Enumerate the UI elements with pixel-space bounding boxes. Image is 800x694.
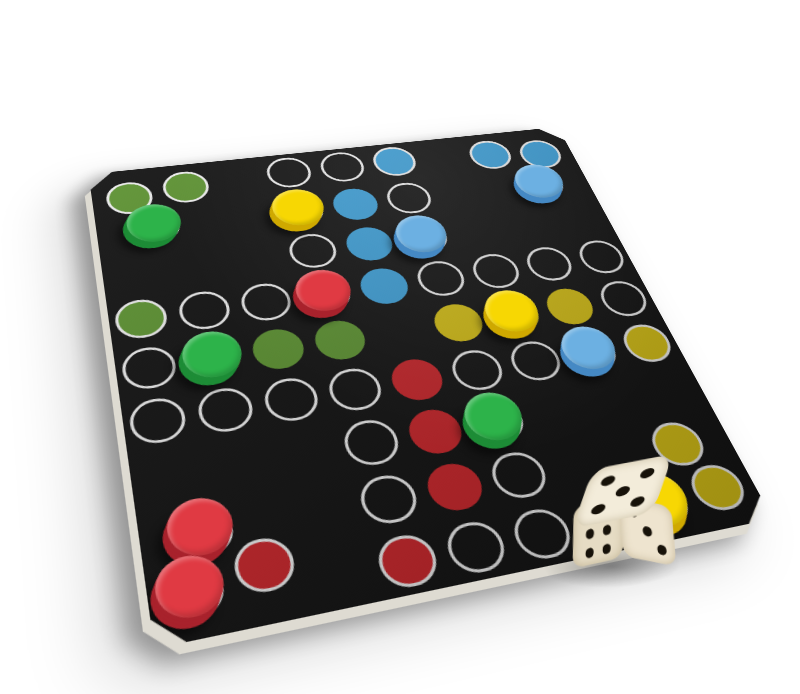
die-pip bbox=[642, 526, 652, 537]
pawn-green-3[interactable] bbox=[457, 388, 530, 444]
cell-run-blue-c4r1[interactable] bbox=[329, 187, 383, 222]
pawn-red-11[interactable] bbox=[151, 550, 230, 625]
cell-track-c5r7[interactable] bbox=[485, 448, 553, 502]
cell-track-c5r5[interactable] bbox=[446, 347, 508, 393]
cell-run-red-c4r7[interactable] bbox=[421, 460, 489, 515]
cell-start-red-c3r8[interactable] bbox=[373, 530, 444, 592]
pawn-yellow-8[interactable] bbox=[478, 287, 546, 334]
cell-track-c0r5[interactable] bbox=[128, 395, 190, 447]
pawn-blue-4[interactable] bbox=[509, 163, 570, 200]
pawn-blue-6[interactable] bbox=[553, 323, 623, 373]
cell-track-c3r5[interactable] bbox=[324, 365, 386, 413]
die-pip bbox=[614, 485, 631, 497]
die-pip bbox=[629, 495, 646, 507]
scene bbox=[0, 0, 800, 694]
cell-run-yellow-c7r4[interactable] bbox=[540, 286, 600, 327]
cell-start-yellow-c8r5[interactable] bbox=[616, 322, 678, 365]
home-green-circle-1[interactable] bbox=[160, 170, 212, 205]
die-pip bbox=[602, 543, 611, 555]
pawn-red-10[interactable] bbox=[163, 493, 239, 562]
cell-track-c3r0[interactable] bbox=[263, 156, 315, 190]
home-yellow-circle-1[interactable] bbox=[683, 461, 753, 515]
cell-track-c1r5[interactable] bbox=[195, 385, 257, 436]
cell-run-red-c4r6[interactable] bbox=[403, 406, 468, 457]
cell-track-c3r7[interactable] bbox=[355, 471, 422, 528]
cell-run-green-c3r4[interactable] bbox=[310, 318, 370, 363]
cell-track-c5r3[interactable] bbox=[412, 259, 470, 299]
cell-run-blue-c4r3[interactable] bbox=[356, 266, 414, 307]
cell-track-c8r4[interactable] bbox=[594, 279, 654, 319]
cell-track-c3r6[interactable] bbox=[339, 416, 404, 468]
cell-run-green-c2r4[interactable] bbox=[249, 326, 309, 372]
pawn-yellow-7[interactable] bbox=[268, 187, 329, 228]
cell-track-c7r3[interactable] bbox=[521, 245, 579, 283]
cell-track-c8r3[interactable] bbox=[573, 238, 631, 275]
pawn-red-12[interactable] bbox=[291, 267, 356, 314]
pawn-blue-5[interactable] bbox=[390, 213, 453, 255]
cell-track-c4r8[interactable] bbox=[441, 517, 512, 577]
cell-run-red-c4r5[interactable] bbox=[386, 356, 448, 403]
cell-track-c0r4[interactable] bbox=[120, 344, 179, 392]
cell-track-c2r3[interactable] bbox=[238, 281, 295, 323]
die-pip bbox=[602, 524, 611, 536]
cell-track-c6r3[interactable] bbox=[467, 252, 525, 291]
cell-run-blue-c4r2[interactable] bbox=[342, 225, 397, 263]
cell-run-yellow-c5r4[interactable] bbox=[429, 301, 489, 344]
pawn-green-2[interactable] bbox=[179, 328, 246, 381]
die-pip bbox=[585, 547, 594, 559]
cell-track-c5r1[interactable] bbox=[382, 181, 436, 216]
cell-track-c4r0[interactable] bbox=[317, 151, 369, 184]
die-pip bbox=[600, 475, 617, 487]
die-pip bbox=[639, 467, 656, 479]
cell-start-green-c0r3[interactable] bbox=[113, 297, 170, 341]
home-red-circle-2[interactable] bbox=[230, 534, 299, 597]
cell-start-blue-c5r0[interactable] bbox=[369, 146, 421, 178]
die-pip bbox=[657, 544, 667, 555]
cell-track-c1r3[interactable] bbox=[176, 289, 233, 332]
die-pip bbox=[585, 528, 594, 540]
cell-track-c3r2[interactable] bbox=[285, 232, 340, 271]
cell-track-c2r5[interactable] bbox=[261, 375, 323, 424]
home-blue-circle-0[interactable] bbox=[464, 139, 516, 170]
die[interactable] bbox=[564, 458, 688, 592]
die-pip bbox=[590, 503, 607, 515]
cell-track-c6r5[interactable] bbox=[504, 338, 566, 383]
